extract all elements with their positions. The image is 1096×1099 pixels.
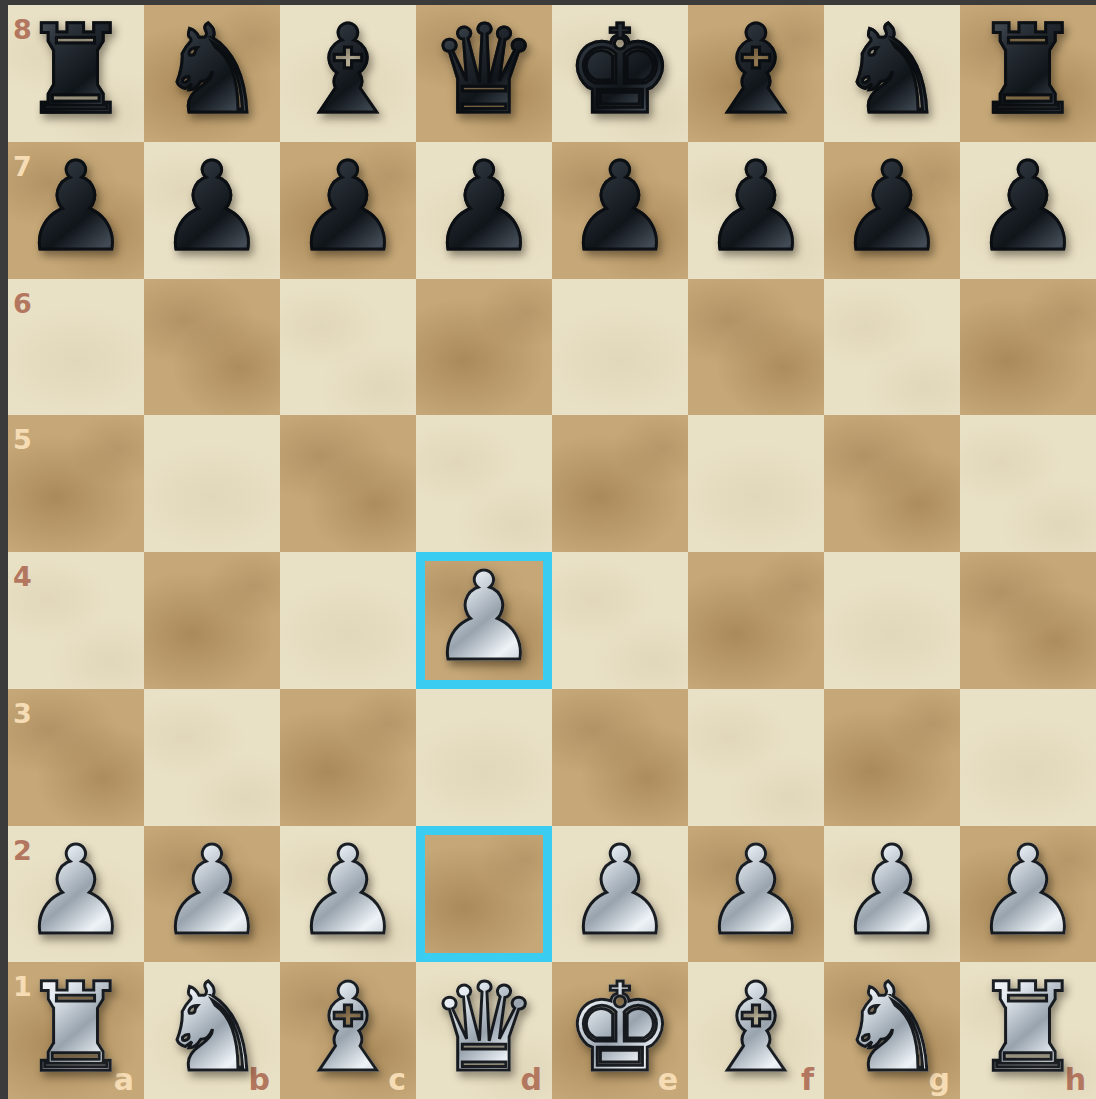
square-e3[interactable] xyxy=(552,689,688,826)
piece-white-knight[interactable]: ♞ xyxy=(157,962,266,1095)
piece-white-pawn[interactable]: ♟ xyxy=(21,826,130,959)
square-f1[interactable]: f♝ xyxy=(688,962,824,1099)
square-d7[interactable]: ♟ xyxy=(416,142,552,279)
square-d2[interactable] xyxy=(416,826,552,963)
square-c2[interactable]: ♟ xyxy=(280,826,416,963)
piece-white-rook[interactable]: ♜ xyxy=(973,962,1082,1095)
piece-white-pawn[interactable]: ♟ xyxy=(973,826,1082,959)
square-d3[interactable] xyxy=(416,689,552,826)
square-c1[interactable]: c♝ xyxy=(280,962,416,1099)
piece-black-king[interactable]: ♚ xyxy=(565,5,674,138)
piece-white-bishop[interactable]: ♝ xyxy=(293,962,402,1095)
square-g4[interactable] xyxy=(824,552,960,689)
square-f2[interactable]: ♟ xyxy=(688,826,824,963)
piece-black-knight[interactable]: ♞ xyxy=(837,5,946,138)
square-b1[interactable]: b♞ xyxy=(144,962,280,1099)
square-c4[interactable] xyxy=(280,552,416,689)
square-e2[interactable]: ♟ xyxy=(552,826,688,963)
chess-board: 8♜♞♝♛♚♝♞♜7♟♟♟♟♟♟♟♟654♟32♟♟♟♟♟♟♟1a♜b♞c♝d♛… xyxy=(8,5,1096,1099)
square-h4[interactable] xyxy=(960,552,1096,689)
square-h3[interactable] xyxy=(960,689,1096,826)
square-g8[interactable]: ♞ xyxy=(824,5,960,142)
square-f7[interactable]: ♟ xyxy=(688,142,824,279)
square-a1[interactable]: 1a♜ xyxy=(8,962,144,1099)
square-a5[interactable]: 5 xyxy=(8,415,144,552)
square-h5[interactable] xyxy=(960,415,1096,552)
square-h8[interactable]: ♜ xyxy=(960,5,1096,142)
square-b7[interactable]: ♟ xyxy=(144,142,280,279)
piece-black-pawn[interactable]: ♟ xyxy=(293,142,402,275)
piece-black-pawn[interactable]: ♟ xyxy=(837,142,946,275)
piece-white-rook[interactable]: ♜ xyxy=(21,962,130,1095)
square-a2[interactable]: 2♟ xyxy=(8,826,144,963)
square-h2[interactable]: ♟ xyxy=(960,826,1096,963)
piece-white-pawn[interactable]: ♟ xyxy=(837,826,946,959)
piece-white-queen[interactable]: ♛ xyxy=(429,962,538,1095)
square-h6[interactable] xyxy=(960,279,1096,416)
piece-black-queen[interactable]: ♛ xyxy=(429,5,538,138)
piece-white-bishop[interactable]: ♝ xyxy=(701,962,810,1095)
piece-black-knight[interactable]: ♞ xyxy=(157,5,266,138)
square-d1[interactable]: d♛ xyxy=(416,962,552,1099)
square-f5[interactable] xyxy=(688,415,824,552)
chess-app-window: 8♜♞♝♛♚♝♞♜7♟♟♟♟♟♟♟♟654♟32♟♟♟♟♟♟♟1a♜b♞c♝d♛… xyxy=(0,0,1096,1099)
square-b2[interactable]: ♟ xyxy=(144,826,280,963)
piece-black-rook[interactable]: ♜ xyxy=(973,5,1082,138)
piece-white-pawn[interactable]: ♟ xyxy=(701,826,810,959)
square-a8[interactable]: 8♜ xyxy=(8,5,144,142)
piece-black-pawn[interactable]: ♟ xyxy=(565,142,674,275)
square-d6[interactable] xyxy=(416,279,552,416)
square-e8[interactable]: ♚ xyxy=(552,5,688,142)
square-e5[interactable] xyxy=(552,415,688,552)
square-b5[interactable] xyxy=(144,415,280,552)
piece-black-pawn[interactable]: ♟ xyxy=(21,142,130,275)
square-e4[interactable] xyxy=(552,552,688,689)
square-b3[interactable] xyxy=(144,689,280,826)
square-h7[interactable]: ♟ xyxy=(960,142,1096,279)
square-g3[interactable] xyxy=(824,689,960,826)
square-c3[interactable] xyxy=(280,689,416,826)
square-c7[interactable]: ♟ xyxy=(280,142,416,279)
piece-black-pawn[interactable]: ♟ xyxy=(429,142,538,275)
square-a3[interactable]: 3 xyxy=(8,689,144,826)
piece-black-pawn[interactable]: ♟ xyxy=(157,142,266,275)
square-h1[interactable]: h♜ xyxy=(960,962,1096,1099)
square-f6[interactable] xyxy=(688,279,824,416)
square-a4[interactable]: 4 xyxy=(8,552,144,689)
piece-white-king[interactable]: ♚ xyxy=(565,962,674,1095)
square-g7[interactable]: ♟ xyxy=(824,142,960,279)
square-e6[interactable] xyxy=(552,279,688,416)
rank-label-6: 6 xyxy=(13,290,32,317)
piece-white-pawn[interactable]: ♟ xyxy=(157,826,266,959)
square-e1[interactable]: e♚ xyxy=(552,962,688,1099)
square-f3[interactable] xyxy=(688,689,824,826)
square-g2[interactable]: ♟ xyxy=(824,826,960,963)
piece-black-pawn[interactable]: ♟ xyxy=(701,142,810,275)
square-a7[interactable]: 7♟ xyxy=(8,142,144,279)
piece-white-pawn[interactable]: ♟ xyxy=(565,826,674,959)
square-d5[interactable] xyxy=(416,415,552,552)
piece-white-pawn[interactable]: ♟ xyxy=(293,826,402,959)
piece-black-bishop[interactable]: ♝ xyxy=(701,5,810,138)
square-b8[interactable]: ♞ xyxy=(144,5,280,142)
square-f8[interactable]: ♝ xyxy=(688,5,824,142)
square-a6[interactable]: 6 xyxy=(8,279,144,416)
square-c8[interactable]: ♝ xyxy=(280,5,416,142)
piece-black-bishop[interactable]: ♝ xyxy=(293,5,402,138)
square-g5[interactable] xyxy=(824,415,960,552)
piece-white-pawn[interactable]: ♟ xyxy=(429,552,538,685)
rank-label-3: 3 xyxy=(13,700,32,727)
square-c5[interactable] xyxy=(280,415,416,552)
rank-label-4: 4 xyxy=(13,563,32,590)
piece-black-rook[interactable]: ♜ xyxy=(21,5,130,138)
square-b4[interactable] xyxy=(144,552,280,689)
square-f4[interactable] xyxy=(688,552,824,689)
square-c6[interactable] xyxy=(280,279,416,416)
square-e7[interactable]: ♟ xyxy=(552,142,688,279)
square-d8[interactable]: ♛ xyxy=(416,5,552,142)
piece-white-knight[interactable]: ♞ xyxy=(837,962,946,1095)
square-g6[interactable] xyxy=(824,279,960,416)
piece-black-pawn[interactable]: ♟ xyxy=(973,142,1082,275)
square-g1[interactable]: g♞ xyxy=(824,962,960,1099)
rank-label-5: 5 xyxy=(13,426,32,453)
square-b6[interactable] xyxy=(144,279,280,416)
square-d4[interactable]: ♟ xyxy=(416,552,552,689)
